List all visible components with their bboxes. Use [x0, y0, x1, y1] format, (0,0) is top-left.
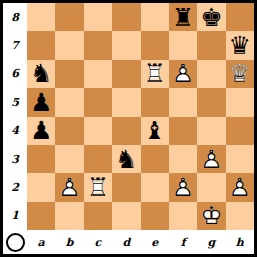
file-label-f: f: [169, 230, 197, 254]
square-h7[interactable]: ♛: [226, 31, 254, 59]
piece-black-pawn[interactable]: ♟: [27, 88, 55, 116]
pawn-glyph: ♟: [27, 117, 55, 145]
file-label-e: e: [141, 230, 169, 254]
square-h6[interactable]: ♛♕: [226, 60, 254, 88]
queen-glyph: ♛: [226, 31, 254, 59]
square-g4[interactable]: [197, 117, 225, 145]
square-c8[interactable]: [84, 3, 112, 31]
rook-outline-glyph: ♖: [141, 60, 169, 88]
square-f2[interactable]: ♟♙: [169, 173, 197, 201]
square-c7[interactable]: [84, 31, 112, 59]
square-f7[interactable]: [169, 31, 197, 59]
piece-black-pawn[interactable]: ♟: [27, 117, 55, 145]
square-d6[interactable]: [112, 60, 140, 88]
bishop-glyph: ♝: [141, 117, 169, 145]
rook-glyph: ♜: [169, 3, 197, 31]
square-e3[interactable]: [141, 145, 169, 173]
piece-white-king[interactable]: ♚♔: [197, 202, 225, 230]
file-label-c: c: [84, 230, 112, 254]
square-g6[interactable]: [197, 60, 225, 88]
square-a8[interactable]: [27, 3, 55, 31]
pawn-outline-glyph: ♙: [169, 173, 197, 201]
knight-glyph: ♞: [27, 60, 55, 88]
square-g8[interactable]: ♚: [197, 3, 225, 31]
piece-black-king[interactable]: ♚: [197, 3, 225, 31]
square-a1[interactable]: [27, 202, 55, 230]
square-c3[interactable]: [84, 145, 112, 173]
piece-black-queen[interactable]: ♛: [226, 31, 254, 59]
square-d5[interactable]: [112, 88, 140, 116]
rank-label-3: 3: [3, 145, 27, 173]
queen-outline-glyph: ♕: [226, 60, 254, 88]
square-c2[interactable]: ♜♖: [84, 173, 112, 201]
square-d7[interactable]: [112, 31, 140, 59]
square-b1[interactable]: [55, 202, 83, 230]
square-a5[interactable]: ♟: [27, 88, 55, 116]
square-h2[interactable]: ♟♙: [226, 173, 254, 201]
square-d8[interactable]: [112, 3, 140, 31]
pawn-outline-glyph: ♙: [226, 173, 254, 201]
square-a4[interactable]: ♟: [27, 117, 55, 145]
square-f5[interactable]: [169, 88, 197, 116]
rank-label-2: 2: [3, 173, 27, 201]
square-b3[interactable]: [55, 145, 83, 173]
square-f1[interactable]: [169, 202, 197, 230]
square-d4[interactable]: [112, 117, 140, 145]
pawn-outline-glyph: ♙: [197, 145, 225, 173]
knight-glyph: ♞: [112, 145, 140, 173]
file-labels: abcdefgh: [27, 230, 254, 254]
square-e2[interactable]: [141, 173, 169, 201]
square-e5[interactable]: [141, 88, 169, 116]
square-d1[interactable]: [112, 202, 140, 230]
square-e6[interactable]: ♜♖: [141, 60, 169, 88]
square-c1[interactable]: [84, 202, 112, 230]
square-c6[interactable]: [84, 60, 112, 88]
square-b5[interactable]: [55, 88, 83, 116]
pawn-glyph: ♟: [27, 88, 55, 116]
square-e8[interactable]: [141, 3, 169, 31]
square-f4[interactable]: [169, 117, 197, 145]
square-b7[interactable]: [55, 31, 83, 59]
piece-white-pawn[interactable]: ♟♙: [55, 173, 83, 201]
rank-label-5: 5: [3, 88, 27, 116]
rank-labels: 87654321: [3, 3, 27, 230]
square-g7[interactable]: [197, 31, 225, 59]
square-b2[interactable]: ♟♙: [55, 173, 83, 201]
rank-label-8: 8: [3, 3, 27, 31]
square-h8[interactable]: [226, 3, 254, 31]
rank-label-1: 1: [3, 202, 27, 230]
file-label-a: a: [27, 230, 55, 254]
square-d3[interactable]: ♞: [112, 145, 140, 173]
file-label-g: g: [197, 230, 225, 254]
piece-white-rook[interactable]: ♜♖: [141, 60, 169, 88]
square-a2[interactable]: [27, 173, 55, 201]
piece-black-bishop[interactable]: ♝: [141, 117, 169, 145]
piece-white-rook[interactable]: ♜♖: [84, 173, 112, 201]
piece-black-knight[interactable]: ♞: [112, 145, 140, 173]
square-a6[interactable]: ♞: [27, 60, 55, 88]
king-outline-glyph: ♔: [197, 202, 225, 230]
square-d2[interactable]: [112, 173, 140, 201]
rook-outline-glyph: ♖: [84, 173, 112, 201]
file-label-d: d: [112, 230, 140, 254]
rank-label-6: 6: [3, 60, 27, 88]
square-g2[interactable]: [197, 173, 225, 201]
piece-white-pawn[interactable]: ♟♙: [226, 173, 254, 201]
piece-black-knight[interactable]: ♞: [27, 60, 55, 88]
chess-board: ♜♚♛♞♜♖♟♙♛♕♟♟♝♞♟♙♟♙♜♖♟♙♟♙♚♔: [27, 3, 254, 230]
piece-white-pawn[interactable]: ♟♙: [197, 145, 225, 173]
pawn-outline-glyph: ♙: [169, 60, 197, 88]
square-f8[interactable]: ♜: [169, 3, 197, 31]
square-g1[interactable]: ♚♔: [197, 202, 225, 230]
square-f3[interactable]: [169, 145, 197, 173]
piece-white-queen[interactable]: ♛♕: [226, 60, 254, 88]
to-move-corner: [3, 230, 27, 254]
square-g3[interactable]: ♟♙: [197, 145, 225, 173]
square-e7[interactable]: [141, 31, 169, 59]
square-h1[interactable]: [226, 202, 254, 230]
square-b6[interactable]: [55, 60, 83, 88]
chess-board-diagram: 87654321 ♜♚♛♞♜♖♟♙♛♕♟♟♝♞♟♙♟♙♜♖♟♙♟♙♚♔ abcd…: [0, 0, 257, 257]
piece-black-rook[interactable]: ♜: [169, 3, 197, 31]
to-move-indicator: [6, 233, 25, 252]
rank-label-7: 7: [3, 31, 27, 59]
square-a7[interactable]: [27, 31, 55, 59]
square-b8[interactable]: [55, 3, 83, 31]
square-a3[interactable]: [27, 145, 55, 173]
square-b4[interactable]: [55, 117, 83, 145]
piece-white-pawn[interactable]: ♟♙: [169, 173, 197, 201]
square-c5[interactable]: [84, 88, 112, 116]
square-h4[interactable]: [226, 117, 254, 145]
square-e4[interactable]: ♝: [141, 117, 169, 145]
square-h3[interactable]: [226, 145, 254, 173]
pawn-outline-glyph: ♙: [55, 173, 83, 201]
square-f6[interactable]: ♟♙: [169, 60, 197, 88]
file-label-b: b: [55, 230, 83, 254]
file-label-h: h: [226, 230, 254, 254]
square-c4[interactable]: [84, 117, 112, 145]
rank-label-4: 4: [3, 117, 27, 145]
square-e1[interactable]: [141, 202, 169, 230]
square-g5[interactable]: [197, 88, 225, 116]
king-glyph: ♚: [197, 3, 225, 31]
piece-white-pawn[interactable]: ♟♙: [169, 60, 197, 88]
square-h5[interactable]: [226, 88, 254, 116]
